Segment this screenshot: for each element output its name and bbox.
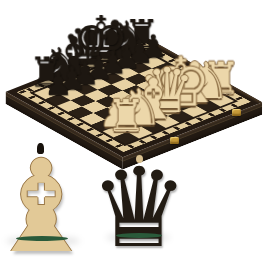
brass-clasp [170,137,179,144]
brass-clasp [232,109,241,116]
felt-base-dark-piece [116,233,162,238]
black-finial-on-light-piece [37,143,44,154]
light-finial-on-dark-piece [136,155,143,163]
piece-white-rook: ♜ [107,94,146,138]
felt-base-light-piece [16,236,68,241]
chess-set-product-photo: ♜♞♝♛♚♝♞♜♟♟♟♟♟♟♟♟♟♟♟♟♟♟♟♟♜♞♝♛♚♝♞♜ ♝ ♛ [0,0,265,265]
dark-piece-glyph: ♛ [84,153,194,263]
piece-black-pawn: ♟ [44,68,73,100]
display-piece-dark: ♛ [84,153,194,263]
